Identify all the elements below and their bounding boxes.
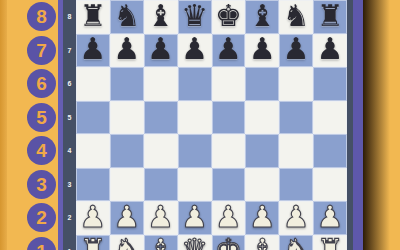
square-f1[interactable]: ♝ bbox=[245, 235, 279, 250]
black-rook-a8: ♜ bbox=[79, 1, 106, 31]
black-bishop-f8: ♝ bbox=[249, 1, 276, 31]
square-h4[interactable] bbox=[313, 134, 347, 168]
white-pawn-d2: ♟ bbox=[181, 202, 208, 232]
board-frame: 87654321 ♜♞♝♛♚♝♞♜♟♟♟♟♟♟♟♟♟♟♟♟♟♟♟♟♜♞♝♛♚♝♞… bbox=[58, 0, 363, 250]
square-g8[interactable]: ♞ bbox=[279, 0, 313, 34]
board-drop-shadow bbox=[363, 0, 390, 250]
square-c3[interactable] bbox=[144, 168, 178, 202]
black-knight-b8: ♞ bbox=[113, 1, 140, 31]
square-e7[interactable]: ♟ bbox=[212, 34, 246, 68]
square-h1[interactable]: ♜ bbox=[313, 235, 347, 250]
black-pawn-b7: ♟ bbox=[113, 34, 140, 64]
square-a8[interactable]: ♜ bbox=[76, 0, 110, 34]
black-pawn-g7: ♟ bbox=[283, 34, 310, 64]
black-pawn-h7: ♟ bbox=[317, 34, 344, 64]
white-rook-h1: ♜ bbox=[317, 235, 344, 250]
black-pawn-d7: ♟ bbox=[181, 34, 208, 64]
square-a6[interactable] bbox=[76, 67, 110, 101]
rank-badge-6: 6 bbox=[27, 69, 56, 98]
white-pawn-h2: ♟ bbox=[317, 202, 344, 232]
black-pawn-c7: ♟ bbox=[147, 34, 174, 64]
inner-rank-label-3: 3 bbox=[63, 168, 76, 202]
square-e2[interactable]: ♟ bbox=[212, 201, 246, 235]
square-h5[interactable] bbox=[313, 101, 347, 135]
square-d4[interactable] bbox=[178, 134, 212, 168]
square-e4[interactable] bbox=[212, 134, 246, 168]
rank-badge-label: 5 bbox=[36, 108, 47, 127]
square-h6[interactable] bbox=[313, 67, 347, 101]
square-g6[interactable] bbox=[279, 67, 313, 101]
square-h8[interactable]: ♜ bbox=[313, 0, 347, 34]
square-g7[interactable]: ♟ bbox=[279, 34, 313, 68]
white-queen-d1: ♛ bbox=[181, 235, 208, 250]
white-pawn-g2: ♟ bbox=[283, 202, 310, 232]
black-queen-d8: ♛ bbox=[181, 1, 208, 31]
rank-badge-label: 7 bbox=[36, 41, 47, 60]
square-c6[interactable] bbox=[144, 67, 178, 101]
square-g4[interactable] bbox=[279, 134, 313, 168]
square-f6[interactable] bbox=[245, 67, 279, 101]
square-b3[interactable] bbox=[110, 168, 144, 202]
square-d8[interactable]: ♛ bbox=[178, 0, 212, 34]
square-f2[interactable]: ♟ bbox=[245, 201, 279, 235]
rank-badge-label: 8 bbox=[36, 7, 47, 26]
square-f3[interactable] bbox=[245, 168, 279, 202]
rank-badge-8: 8 bbox=[27, 2, 56, 31]
white-pawn-e2: ♟ bbox=[215, 202, 242, 232]
black-knight-g8: ♞ bbox=[283, 1, 310, 31]
square-e1[interactable]: ♚ bbox=[212, 235, 246, 250]
square-b6[interactable] bbox=[110, 67, 144, 101]
inner-rank-label-1: 1 bbox=[63, 235, 76, 250]
black-bishop-c8: ♝ bbox=[147, 1, 174, 31]
square-a7[interactable]: ♟ bbox=[76, 34, 110, 68]
square-h2[interactable]: ♟ bbox=[313, 201, 347, 235]
square-a2[interactable]: ♟ bbox=[76, 201, 110, 235]
square-d3[interactable] bbox=[178, 168, 212, 202]
square-b5[interactable] bbox=[110, 101, 144, 135]
square-h3[interactable] bbox=[313, 168, 347, 202]
square-a4[interactable] bbox=[76, 134, 110, 168]
square-d5[interactable] bbox=[178, 101, 212, 135]
square-e5[interactable] bbox=[212, 101, 246, 135]
black-pawn-a7: ♟ bbox=[79, 34, 106, 64]
square-a3[interactable] bbox=[76, 168, 110, 202]
rank-badge-1: 1 bbox=[27, 237, 56, 250]
square-b4[interactable] bbox=[110, 134, 144, 168]
square-f5[interactable] bbox=[245, 101, 279, 135]
square-c5[interactable] bbox=[144, 101, 178, 135]
square-b7[interactable]: ♟ bbox=[110, 34, 144, 68]
square-a1[interactable]: ♜ bbox=[76, 235, 110, 250]
square-a5[interactable] bbox=[76, 101, 110, 135]
square-e3[interactable] bbox=[212, 168, 246, 202]
black-pawn-f7: ♟ bbox=[249, 34, 276, 64]
rank-badge-label: 3 bbox=[36, 175, 47, 194]
rank-badge-3: 3 bbox=[27, 170, 56, 199]
square-e6[interactable] bbox=[212, 67, 246, 101]
black-king-e8: ♚ bbox=[215, 1, 242, 31]
square-c7[interactable]: ♟ bbox=[144, 34, 178, 68]
rank-badge-2: 2 bbox=[27, 203, 56, 232]
inner-rank-label-6: 6 bbox=[63, 67, 76, 101]
square-c2[interactable]: ♟ bbox=[144, 201, 178, 235]
square-f4[interactable] bbox=[245, 134, 279, 168]
white-knight-g1: ♞ bbox=[283, 235, 310, 250]
square-g2[interactable]: ♟ bbox=[279, 201, 313, 235]
white-bishop-f1: ♝ bbox=[249, 235, 276, 250]
inner-rank-label-8: 8 bbox=[63, 0, 76, 34]
square-f7[interactable]: ♟ bbox=[245, 34, 279, 68]
square-d1[interactable]: ♛ bbox=[178, 235, 212, 250]
frame-left-coordinate-strip: 87654321 bbox=[63, 0, 76, 250]
white-pawn-c2: ♟ bbox=[147, 202, 174, 232]
white-king-e1: ♚ bbox=[215, 235, 242, 250]
frame-right-purple-border bbox=[353, 0, 363, 250]
square-b8[interactable]: ♞ bbox=[110, 0, 144, 34]
square-g3[interactable] bbox=[279, 168, 313, 202]
square-h7[interactable]: ♟ bbox=[313, 34, 347, 68]
square-d2[interactable]: ♟ bbox=[178, 201, 212, 235]
inner-rank-label-5: 5 bbox=[63, 101, 76, 135]
white-bishop-c1: ♝ bbox=[147, 235, 174, 250]
chess-lesson-frame: 87654321 87654321 ♜♞♝♛♚♝♞♜♟♟♟♟♟♟♟♟♟♟♟♟♟♟… bbox=[0, 0, 400, 250]
square-c1[interactable]: ♝ bbox=[144, 235, 178, 250]
rank-badge-5: 5 bbox=[27, 103, 56, 132]
inner-rank-label-4: 4 bbox=[63, 134, 76, 168]
white-pawn-f2: ♟ bbox=[249, 202, 276, 232]
inner-rank-label-2: 2 bbox=[63, 201, 76, 235]
square-d7[interactable]: ♟ bbox=[178, 34, 212, 68]
black-rook-h8: ♜ bbox=[317, 1, 344, 31]
chess-board: ♜♞♝♛♚♝♞♜♟♟♟♟♟♟♟♟♟♟♟♟♟♟♟♟♜♞♝♛♚♝♞♜ bbox=[76, 0, 347, 250]
square-b1[interactable]: ♞ bbox=[110, 235, 144, 250]
square-g5[interactable] bbox=[279, 101, 313, 135]
rank-badge-label: 4 bbox=[36, 141, 47, 160]
square-e8[interactable]: ♚ bbox=[212, 0, 246, 34]
square-f8[interactable]: ♝ bbox=[245, 0, 279, 34]
square-b2[interactable]: ♟ bbox=[110, 201, 144, 235]
black-pawn-e7: ♟ bbox=[215, 34, 242, 64]
square-g1[interactable]: ♞ bbox=[279, 235, 313, 250]
square-d6[interactable] bbox=[178, 67, 212, 101]
white-rook-a1: ♜ bbox=[79, 235, 106, 250]
rank-badge-7: 7 bbox=[27, 36, 56, 65]
white-knight-b1: ♞ bbox=[113, 235, 140, 250]
rank-badge-label: 6 bbox=[36, 74, 47, 93]
white-pawn-b2: ♟ bbox=[113, 202, 140, 232]
rank-badge-label: 2 bbox=[36, 208, 47, 227]
square-c4[interactable] bbox=[144, 134, 178, 168]
rank-badge-4: 4 bbox=[27, 136, 56, 165]
square-c8[interactable]: ♝ bbox=[144, 0, 178, 34]
rank-badge-label: 1 bbox=[36, 242, 47, 250]
rank-badge-column: 87654321 bbox=[0, 0, 58, 250]
white-pawn-a2: ♟ bbox=[79, 202, 106, 232]
inner-rank-label-7: 7 bbox=[63, 34, 76, 68]
